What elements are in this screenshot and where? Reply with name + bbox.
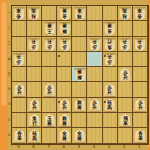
star-point (104, 101, 106, 103)
piece-kanji: 兵 (62, 105, 67, 110)
board-cell[interactable] (57, 82, 72, 97)
piece-kanji: 将 (47, 121, 52, 126)
piece-kanji: 馬 (123, 9, 128, 14)
board-cell[interactable]: 銀将 (72, 67, 87, 82)
white-piece-角行[interactable]: 角行 (104, 38, 116, 51)
board-cell[interactable] (12, 98, 27, 113)
board-cell[interactable]: 玉将 (42, 113, 57, 128)
board-cell[interactable]: 金将 (57, 6, 72, 21)
board-cell[interactable] (103, 67, 118, 82)
board-cell[interactable]: 王将 (42, 21, 57, 36)
black-piece-歩兵[interactable]: 歩兵 (44, 83, 56, 96)
board-cell[interactable]: 角行 (27, 113, 42, 128)
board-cell[interactable] (42, 98, 57, 113)
board-cell[interactable] (118, 82, 133, 97)
piece-kanji: 将 (62, 136, 67, 141)
white-piece-歩兵[interactable]: 歩兵 (89, 38, 101, 51)
board-cell[interactable]: 金将 (103, 21, 118, 36)
board-grid: 香車桂馬金将飛車桂馬香車王将銀将金将歩兵歩兵歩兵歩兵角行歩兵歩兵歩兵歩兵銀将歩兵… (11, 5, 149, 145)
board-cell[interactable]: 香車 (12, 128, 27, 143)
board-cell[interactable]: 金将 (57, 128, 72, 143)
board-cell[interactable]: 香車 (12, 6, 27, 21)
board-cell[interactable]: 歩兵 (118, 67, 133, 82)
board-cell[interactable] (72, 21, 87, 36)
board-cell[interactable] (42, 6, 57, 21)
file-label: 8 (26, 144, 41, 149)
piece-kanji: 兵 (108, 90, 113, 95)
white-piece-金将[interactable]: 金将 (59, 7, 71, 20)
black-piece-香車[interactable]: 香車 (13, 129, 25, 142)
piece-kanji: 行 (32, 121, 37, 126)
board-cell[interactable]: 歩兵 (133, 98, 148, 113)
piece-kanji: 兵 (32, 105, 37, 110)
white-piece-歩兵[interactable]: 歩兵 (28, 38, 40, 51)
board-cell[interactable] (72, 113, 87, 128)
board-cell[interactable] (118, 98, 133, 113)
black-piece-角行[interactable]: 角行 (28, 114, 40, 127)
black-piece-歩兵[interactable]: 歩兵 (13, 83, 25, 96)
black-piece-歩兵[interactable]: 歩兵 (28, 99, 40, 112)
board-cell[interactable]: 歩兵 (57, 98, 72, 113)
white-piece-桂馬[interactable]: 桂馬 (119, 7, 131, 20)
board-cell[interactable]: 歩兵 (12, 82, 27, 97)
shogi-app: 一二三四五六七八九 香車桂馬金将飛車桂馬香車王将銀将金将歩兵歩兵歩兵歩兵角行歩兵… (0, 0, 150, 150)
piece-kanji: 兵 (62, 39, 67, 44)
board-cell[interactable] (87, 128, 102, 143)
piece-kanji: 行 (108, 39, 113, 44)
piece-kanji: 将 (62, 121, 67, 126)
file-label: 2 (117, 144, 132, 149)
piece-kanji: 将 (47, 24, 52, 29)
piece-kanji: 兵 (47, 90, 52, 95)
piece-kanji: 兵 (17, 54, 22, 59)
piece-kanji: 馬 (32, 136, 37, 141)
black-piece-玉将[interactable]: 玉将 (44, 114, 56, 127)
white-piece-歩兵[interactable]: 歩兵 (119, 38, 131, 51)
piece-kanji: 将 (62, 24, 67, 29)
piece-kanji: 馬 (32, 9, 37, 14)
piece-kanji: 車 (138, 136, 143, 141)
board-cell[interactable]: 歩兵 (27, 37, 42, 52)
board-cell[interactable]: 銀将 (57, 113, 72, 128)
piece-kanji: 将 (108, 24, 113, 29)
board-cell[interactable] (133, 21, 148, 36)
board-cell[interactable]: 歩兵 (87, 37, 102, 52)
file-label: 5 (71, 144, 86, 149)
board-cell[interactable] (42, 67, 57, 82)
board-cell[interactable] (27, 52, 42, 67)
board-cell[interactable]: 香車 (133, 6, 148, 21)
piece-kanji: 兵 (93, 39, 98, 44)
black-piece-歩兵[interactable]: 歩兵 (119, 68, 131, 81)
black-piece-香車[interactable]: 香車 (134, 129, 146, 142)
file-label: 3 (102, 144, 117, 149)
board-cell[interactable] (72, 37, 87, 52)
board-cell[interactable]: 飛車 (118, 113, 133, 128)
black-piece-歩兵[interactable]: 歩兵 (134, 99, 146, 112)
shogi-board: 一二三四五六七八九 香車桂馬金将飛車桂馬香車王将銀将金将歩兵歩兵歩兵歩兵角行歩兵… (8, 0, 147, 150)
file-label: 6 (56, 144, 71, 149)
piece-kanji: 車 (17, 9, 22, 14)
board-cell[interactable] (87, 6, 102, 21)
board-cell[interactable]: 飛車 (72, 6, 87, 21)
black-piece-歩兵[interactable]: 歩兵 (89, 99, 101, 112)
white-piece-歩兵[interactable]: 歩兵 (59, 38, 71, 51)
board-cell[interactable] (118, 21, 133, 36)
white-piece-王将[interactable]: 王将 (44, 22, 56, 35)
board-cell[interactable] (27, 67, 42, 82)
board-cell[interactable]: 桂馬 (118, 6, 133, 21)
file-label: 7 (41, 144, 56, 149)
board-cell[interactable] (118, 52, 133, 67)
white-piece-歩兵[interactable]: 歩兵 (134, 38, 146, 51)
board-cell[interactable] (87, 52, 102, 67)
board-cell[interactable] (27, 82, 42, 97)
piece-kanji: 馬 (108, 105, 113, 110)
board-cell[interactable]: 香車 (133, 128, 148, 143)
black-piece-桂馬[interactable]: 桂馬 (28, 129, 40, 142)
black-piece-金将[interactable]: 金将 (74, 129, 86, 142)
board-cell[interactable]: 歩兵 (57, 37, 72, 52)
piece-kanji: 車 (17, 136, 22, 141)
black-piece-銀将[interactable]: 銀将 (59, 114, 71, 127)
board-cell[interactable] (12, 37, 27, 52)
file-labels: 987654321 (11, 144, 147, 149)
piece-kanji: 車 (77, 9, 82, 14)
board-cell[interactable] (72, 82, 87, 97)
board-cell[interactable]: 歩兵 (12, 52, 27, 67)
piece-kanji: 兵 (123, 39, 128, 44)
piece-kanji: 将 (77, 70, 82, 75)
white-piece-桂馬[interactable]: 桂馬 (28, 7, 40, 20)
piece-kanji: 兵 (17, 90, 22, 95)
piece-kanji: 兵 (123, 75, 128, 80)
piece-kanji: 車 (123, 121, 128, 126)
board-cell[interactable] (103, 128, 118, 143)
black-piece-飛車[interactable]: 飛車 (119, 114, 131, 127)
board-cell[interactable] (103, 6, 118, 21)
piece-kanji: 将 (77, 105, 82, 110)
board-cell[interactable]: 歩兵 (87, 98, 102, 113)
board-cell[interactable] (12, 67, 27, 82)
board-cell[interactable] (72, 52, 87, 67)
board-cell[interactable]: 桂馬 (27, 6, 42, 21)
file-label: 9 (11, 144, 26, 149)
piece-kanji: 兵 (138, 105, 143, 110)
piece-kanji: 兵 (138, 39, 143, 44)
white-piece-香車[interactable]: 香車 (13, 7, 25, 20)
board-cell[interactable]: 歩兵 (118, 37, 133, 52)
black-piece-歩兵[interactable]: 歩兵 (104, 83, 116, 96)
piece-kanji: 銀 (62, 29, 67, 34)
white-piece-金将[interactable]: 金将 (104, 22, 116, 35)
board-cell[interactable] (87, 21, 102, 36)
board-cell[interactable]: 桂馬 (27, 128, 42, 143)
piece-kanji: 将 (77, 136, 82, 141)
piece-kanji: 兵 (47, 39, 52, 44)
board-cell[interactable]: 歩兵 (133, 37, 148, 52)
board-cell[interactable]: 歩兵 (42, 37, 57, 52)
white-piece-銀将[interactable]: 銀将 (74, 68, 86, 81)
white-piece-香車[interactable]: 香車 (134, 7, 146, 20)
board-cell[interactable] (87, 113, 102, 128)
board-cell[interactable] (103, 113, 118, 128)
board-cell[interactable]: 銀将 (57, 21, 72, 36)
board-cell[interactable] (87, 82, 102, 97)
black-piece-銀将[interactable]: 銀将 (74, 99, 86, 112)
board-cell[interactable] (42, 52, 57, 67)
board-cell[interactable]: 金将 (72, 128, 87, 143)
white-piece-歩兵[interactable]: 歩兵 (104, 53, 116, 66)
star-point (104, 55, 106, 57)
board-cell[interactable] (133, 67, 148, 82)
board-cell[interactable] (12, 113, 27, 128)
board-cell[interactable] (133, 82, 148, 97)
board-cell[interactable] (118, 128, 133, 143)
white-piece-歩兵[interactable]: 歩兵 (13, 53, 25, 66)
board-cell[interactable] (57, 67, 72, 82)
piece-kanji: 兵 (32, 39, 37, 44)
piece-kanji: 王 (47, 29, 52, 34)
piece-kanji: 将 (62, 9, 67, 14)
board-cell[interactable] (27, 21, 42, 36)
board-cell[interactable]: 銀将 (72, 98, 87, 113)
board-cell[interactable]: 歩兵 (42, 82, 57, 97)
board-cell[interactable] (133, 52, 148, 67)
board-cell[interactable] (12, 21, 27, 36)
black-piece-金将[interactable]: 金将 (59, 129, 71, 142)
piece-kanji: 金 (108, 29, 113, 34)
piece-kanji: 車 (138, 9, 143, 14)
piece-kanji: 兵 (108, 54, 113, 59)
file-label: 4 (86, 144, 101, 149)
board-cell[interactable] (42, 128, 57, 143)
board-cell[interactable] (133, 113, 148, 128)
white-piece-歩兵[interactable]: 歩兵 (44, 38, 56, 51)
board-cell[interactable]: 歩兵 (27, 98, 42, 113)
black-piece-歩兵[interactable]: 歩兵 (59, 99, 71, 112)
piece-kanji: 兵 (93, 105, 98, 110)
white-piece-飛車[interactable]: 飛車 (74, 7, 86, 20)
black-piece-桂馬[interactable]: 桂馬 (104, 99, 116, 112)
white-piece-stand (1, 2, 7, 106)
board-cell[interactable]: 角行 (103, 37, 118, 52)
board-cell[interactable]: 歩兵 (103, 82, 118, 97)
white-piece-銀将[interactable]: 銀将 (59, 22, 71, 35)
file-label: 1 (132, 144, 147, 149)
board-cell[interactable] (87, 67, 102, 82)
